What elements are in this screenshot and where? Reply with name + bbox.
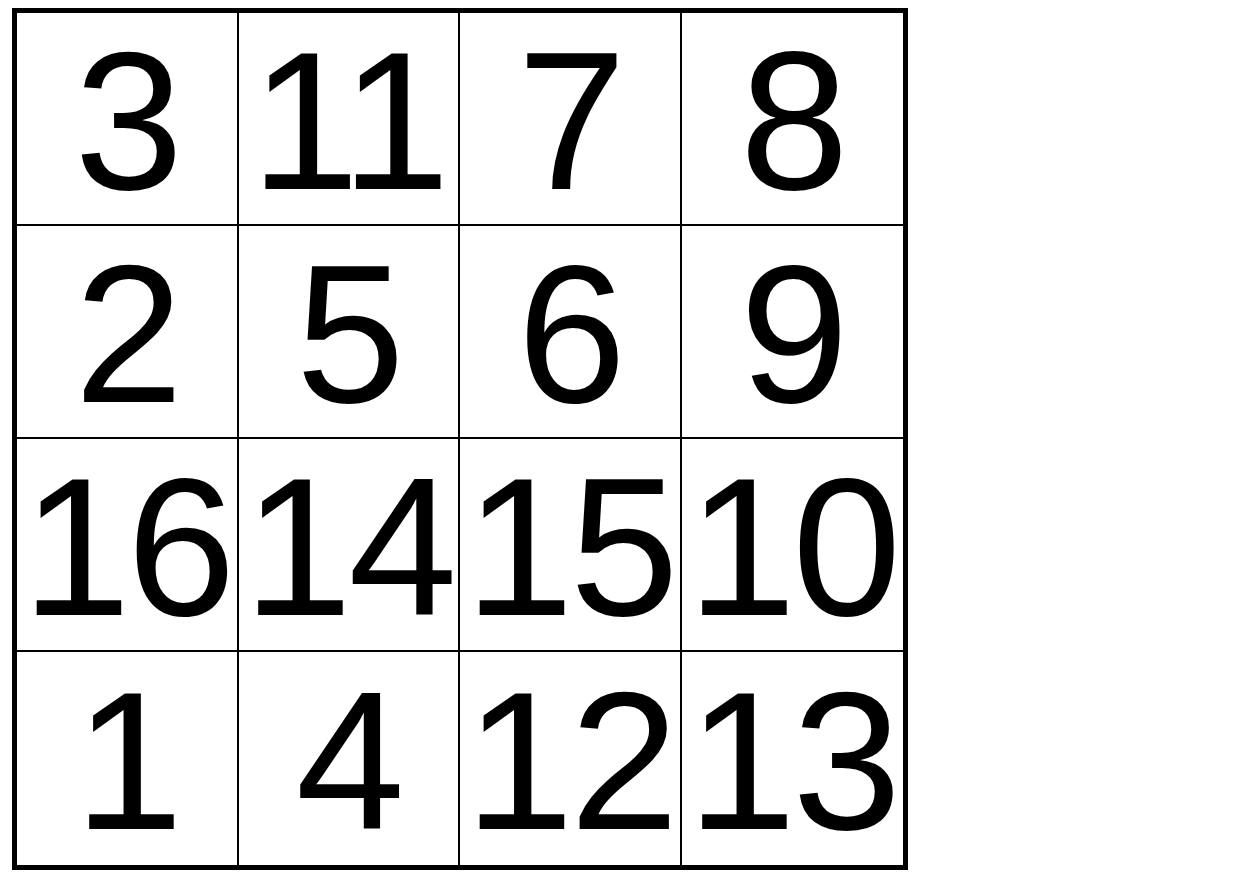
grid-cell-r3c3[interactable]: 15 [460, 439, 682, 652]
grid-cell-r4c2[interactable]: 4 [239, 652, 461, 865]
grid-cell-r4c3[interactable]: 12 [460, 652, 682, 865]
grid-cell-r4c4[interactable]: 13 [682, 652, 904, 865]
number-grid-board: 3 11 7 8 2 5 6 9 16 14 15 10 1 4 12 13 [12, 8, 908, 870]
grid-cell-r4c1[interactable]: 1 [17, 652, 239, 865]
grid-cell-r1c4[interactable]: 8 [682, 13, 904, 226]
page-canvas: 3 11 7 8 2 5 6 9 16 14 15 10 1 4 12 13 [0, 0, 1242, 887]
grid-cell-r2c4[interactable]: 9 [682, 226, 904, 439]
grid-cell-r2c2[interactable]: 5 [239, 226, 461, 439]
grid-cell-r1c1[interactable]: 3 [17, 13, 239, 226]
grid-cell-r1c3[interactable]: 7 [460, 13, 682, 226]
grid-cell-r3c1[interactable]: 16 [17, 439, 239, 652]
grid-cell-r2c3[interactable]: 6 [460, 226, 682, 439]
grid-cell-r1c2[interactable]: 11 [239, 13, 461, 226]
grid-cell-r3c2[interactable]: 14 [239, 439, 461, 652]
grid-cell-r2c1[interactable]: 2 [17, 226, 239, 439]
grid-cell-r3c4[interactable]: 10 [682, 439, 904, 652]
